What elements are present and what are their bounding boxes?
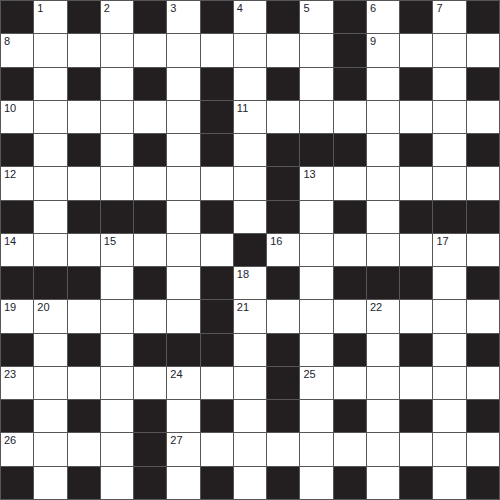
- black-cell-r14c4: [134, 467, 167, 500]
- white-cell-r1c5[interactable]: [167, 34, 200, 67]
- white-cell-r2c9[interactable]: [300, 68, 333, 101]
- white-cell-r13c6[interactable]: [201, 433, 234, 466]
- white-cell-r13c0[interactable]: 26: [1, 433, 34, 466]
- white-cell-r13c9[interactable]: [300, 433, 333, 466]
- black-cell-r2c2: [68, 68, 101, 101]
- white-cell-r7c12[interactable]: [400, 234, 433, 267]
- black-cell-r0c14: [467, 1, 500, 34]
- white-cell-r4c1[interactable]: [34, 134, 67, 167]
- white-cell-r3c13[interactable]: [433, 101, 466, 134]
- clue-number-4: 4: [237, 2, 243, 15]
- white-cell-r5c5[interactable]: [167, 167, 200, 200]
- black-cell-r6c3: [101, 201, 134, 234]
- white-cell-r11c12[interactable]: [400, 367, 433, 400]
- white-cell-r1c4[interactable]: [134, 34, 167, 67]
- white-cell-r3c2[interactable]: [68, 101, 101, 134]
- white-cell-r9c7[interactable]: 21: [234, 300, 267, 333]
- black-cell-r6c10: [334, 201, 367, 234]
- white-cell-r13c12[interactable]: [400, 433, 433, 466]
- black-cell-r4c6: [201, 134, 234, 167]
- white-cell-r5c11[interactable]: [367, 167, 400, 200]
- white-cell-r6c9[interactable]: [300, 201, 333, 234]
- black-cell-r14c14: [467, 467, 500, 500]
- black-cell-r0c2: [68, 1, 101, 34]
- black-cell-r1c10: [334, 34, 367, 67]
- white-cell-r7c5[interactable]: [167, 234, 200, 267]
- white-cell-r3c12[interactable]: [400, 101, 433, 134]
- white-cell-r5c9[interactable]: 13: [300, 167, 333, 200]
- white-cell-r9c9[interactable]: [300, 300, 333, 333]
- white-cell-r6c7[interactable]: [234, 201, 267, 234]
- black-cell-r8c4: [134, 267, 167, 300]
- white-cell-r11c1[interactable]: [34, 367, 67, 400]
- white-cell-r12c3[interactable]: [101, 400, 134, 433]
- white-cell-r10c1[interactable]: [34, 334, 67, 367]
- white-cell-r13c2[interactable]: [68, 433, 101, 466]
- white-cell-r0c1[interactable]: 1: [34, 1, 67, 34]
- white-cell-r13c1[interactable]: [34, 433, 67, 466]
- white-cell-r9c2[interactable]: [68, 300, 101, 333]
- white-cell-r3c5[interactable]: [167, 101, 200, 134]
- white-cell-r9c8[interactable]: [267, 300, 300, 333]
- white-cell-r1c0[interactable]: 8: [1, 34, 34, 67]
- black-cell-r2c6: [201, 68, 234, 101]
- white-cell-r13c13[interactable]: [433, 433, 466, 466]
- white-cell-r14c7[interactable]: [234, 467, 267, 500]
- white-cell-r1c6[interactable]: [201, 34, 234, 67]
- white-cell-r1c11[interactable]: 9: [367, 34, 400, 67]
- white-cell-r0c11[interactable]: 6: [367, 1, 400, 34]
- black-cell-r4c12: [400, 134, 433, 167]
- clue-number-24: 24: [170, 368, 182, 381]
- crossword-board: 1234567891011121314151617181920212223242…: [0, 0, 500, 500]
- black-cell-r14c0: [1, 467, 34, 500]
- white-cell-r9c3[interactable]: [101, 300, 134, 333]
- clue-number-7: 7: [436, 2, 442, 15]
- white-cell-r11c4[interactable]: [134, 367, 167, 400]
- white-cell-r4c7[interactable]: [234, 134, 267, 167]
- black-cell-r12c12: [400, 400, 433, 433]
- clue-number-27: 27: [170, 434, 182, 447]
- black-cell-r6c13: [433, 201, 466, 234]
- white-cell-r5c4[interactable]: [134, 167, 167, 200]
- black-cell-r12c4: [134, 400, 167, 433]
- white-cell-r7c14[interactable]: [467, 234, 500, 267]
- white-cell-r5c6[interactable]: [201, 167, 234, 200]
- white-cell-r1c7[interactable]: [234, 34, 267, 67]
- white-cell-r4c13[interactable]: [433, 134, 466, 167]
- white-cell-r3c4[interactable]: [134, 101, 167, 134]
- white-cell-r11c11[interactable]: [367, 367, 400, 400]
- white-cell-r3c10[interactable]: [334, 101, 367, 134]
- white-cell-r2c7[interactable]: [234, 68, 267, 101]
- black-cell-r5c8: [267, 167, 300, 200]
- white-cell-r5c0[interactable]: 12: [1, 167, 34, 200]
- black-cell-r8c6: [201, 267, 234, 300]
- white-cell-r4c11[interactable]: [367, 134, 400, 167]
- white-cell-r12c9[interactable]: [300, 400, 333, 433]
- black-cell-r0c12: [400, 1, 433, 34]
- black-cell-r0c6: [201, 1, 234, 34]
- white-cell-r0c13[interactable]: 7: [433, 1, 466, 34]
- white-cell-r8c7[interactable]: 18: [234, 267, 267, 300]
- white-cell-r2c13[interactable]: [433, 68, 466, 101]
- black-cell-r14c10: [334, 467, 367, 500]
- black-cell-r8c2: [68, 267, 101, 300]
- white-cell-r4c3[interactable]: [101, 134, 134, 167]
- white-cell-r1c13[interactable]: [433, 34, 466, 67]
- white-cell-r11c9[interactable]: 25: [300, 367, 333, 400]
- white-cell-r1c14[interactable]: [467, 34, 500, 67]
- white-cell-r14c9[interactable]: [300, 467, 333, 500]
- white-cell-r11c3[interactable]: [101, 367, 134, 400]
- black-cell-r4c14: [467, 134, 500, 167]
- white-cell-r14c5[interactable]: [167, 467, 200, 500]
- white-cell-r7c2[interactable]: [68, 234, 101, 267]
- black-cell-r12c14: [467, 400, 500, 433]
- black-cell-r8c8: [267, 267, 300, 300]
- black-cell-r8c12: [400, 267, 433, 300]
- white-cell-r9c11[interactable]: 22: [367, 300, 400, 333]
- white-cell-r8c9[interactable]: [300, 267, 333, 300]
- black-cell-r4c2: [68, 134, 101, 167]
- white-cell-r14c1[interactable]: [34, 467, 67, 500]
- white-cell-r1c12[interactable]: [400, 34, 433, 67]
- black-cell-r4c10: [334, 134, 367, 167]
- white-cell-r9c4[interactable]: [134, 300, 167, 333]
- black-cell-r14c12: [400, 467, 433, 500]
- black-cell-r3c6: [201, 101, 234, 134]
- white-cell-r10c3[interactable]: [101, 334, 134, 367]
- black-cell-r14c2: [68, 467, 101, 500]
- black-cell-r12c6: [201, 400, 234, 433]
- black-cell-r10c5: [167, 334, 200, 367]
- white-cell-r7c6[interactable]: [201, 234, 234, 267]
- white-cell-r7c10[interactable]: [334, 234, 367, 267]
- clue-number-3: 3: [170, 2, 176, 15]
- clue-number-1: 1: [37, 2, 43, 15]
- white-cell-r7c9[interactable]: [300, 234, 333, 267]
- white-cell-r3c7[interactable]: 11: [234, 101, 267, 134]
- clue-number-15: 15: [104, 235, 116, 248]
- black-cell-r10c4: [134, 334, 167, 367]
- white-cell-r8c5[interactable]: [167, 267, 200, 300]
- white-cell-r7c1[interactable]: [34, 234, 67, 267]
- white-cell-r9c14[interactable]: [467, 300, 500, 333]
- clue-number-18: 18: [237, 268, 249, 281]
- white-cell-r14c13[interactable]: [433, 467, 466, 500]
- white-cell-r5c10[interactable]: [334, 167, 367, 200]
- white-cell-r0c9[interactable]: 5: [300, 1, 333, 34]
- white-cell-r1c3[interactable]: [101, 34, 134, 67]
- clue-number-23: 23: [4, 368, 16, 381]
- clue-number-10: 10: [4, 102, 16, 115]
- white-cell-r6c5[interactable]: [167, 201, 200, 234]
- white-cell-r2c1[interactable]: [34, 68, 67, 101]
- white-cell-r13c3[interactable]: [101, 433, 134, 466]
- black-cell-r10c12: [400, 334, 433, 367]
- white-cell-r4c5[interactable]: [167, 134, 200, 167]
- black-cell-r2c4: [134, 68, 167, 101]
- black-cell-r4c4: [134, 134, 167, 167]
- black-cell-r8c11: [367, 267, 400, 300]
- white-cell-r3c0[interactable]: 10: [1, 101, 34, 134]
- white-cell-r6c11[interactable]: [367, 201, 400, 234]
- clue-number-16: 16: [270, 235, 282, 248]
- white-cell-r3c3[interactable]: [101, 101, 134, 134]
- white-cell-r5c7[interactable]: [234, 167, 267, 200]
- white-cell-r6c1[interactable]: [34, 201, 67, 234]
- white-cell-r13c8[interactable]: [267, 433, 300, 466]
- white-cell-r7c3[interactable]: 15: [101, 234, 134, 267]
- white-cell-r11c0[interactable]: 23: [1, 367, 34, 400]
- white-cell-r1c2[interactable]: [68, 34, 101, 67]
- white-cell-r0c3[interactable]: 2: [101, 1, 134, 34]
- black-cell-r6c12: [400, 201, 433, 234]
- black-cell-r0c10: [334, 1, 367, 34]
- black-cell-r2c8: [267, 68, 300, 101]
- clue-number-20: 20: [37, 301, 49, 314]
- white-cell-r5c12[interactable]: [400, 167, 433, 200]
- black-cell-r2c12: [400, 68, 433, 101]
- white-cell-r10c13[interactable]: [433, 334, 466, 367]
- black-cell-r13c4: [134, 433, 167, 466]
- white-cell-r9c0[interactable]: 19: [1, 300, 34, 333]
- white-cell-r9c5[interactable]: [167, 300, 200, 333]
- black-cell-r10c0: [1, 334, 34, 367]
- black-cell-r4c0: [1, 134, 34, 167]
- black-cell-r6c0: [1, 201, 34, 234]
- white-cell-r1c1[interactable]: [34, 34, 67, 67]
- black-cell-r8c0: [1, 267, 34, 300]
- white-cell-r5c14[interactable]: [467, 167, 500, 200]
- clue-number-5: 5: [303, 2, 309, 15]
- white-cell-r11c14[interactable]: [467, 367, 500, 400]
- white-cell-r3c1[interactable]: [34, 101, 67, 134]
- white-cell-r2c5[interactable]: [167, 68, 200, 101]
- black-cell-r10c10: [334, 334, 367, 367]
- white-cell-r9c1[interactable]: 20: [34, 300, 67, 333]
- white-cell-r3c14[interactable]: [467, 101, 500, 134]
- white-cell-r7c13[interactable]: 17: [433, 234, 466, 267]
- white-cell-r11c13[interactable]: [433, 367, 466, 400]
- black-cell-r12c0: [1, 400, 34, 433]
- white-cell-r5c2[interactable]: [68, 167, 101, 200]
- black-cell-r2c0: [1, 68, 34, 101]
- clue-number-2: 2: [104, 2, 110, 15]
- clue-number-13: 13: [303, 168, 315, 181]
- black-cell-r7c7: [234, 234, 267, 267]
- white-cell-r12c7[interactable]: [234, 400, 267, 433]
- white-cell-r11c2[interactable]: [68, 367, 101, 400]
- white-cell-r9c10[interactable]: [334, 300, 367, 333]
- white-cell-r5c3[interactable]: [101, 167, 134, 200]
- clue-number-22: 22: [370, 301, 382, 314]
- white-cell-r3c11[interactable]: [367, 101, 400, 134]
- white-cell-r10c11[interactable]: [367, 334, 400, 367]
- white-cell-r13c11[interactable]: [367, 433, 400, 466]
- white-cell-r9c12[interactable]: [400, 300, 433, 333]
- clue-number-9: 9: [370, 35, 376, 48]
- black-cell-r6c2: [68, 201, 101, 234]
- black-cell-r9c6: [201, 300, 234, 333]
- black-cell-r10c8: [267, 334, 300, 367]
- clue-number-11: 11: [237, 102, 248, 115]
- white-cell-r1c8[interactable]: [267, 34, 300, 67]
- white-cell-r0c7[interactable]: 4: [234, 1, 267, 34]
- black-cell-r0c4: [134, 1, 167, 34]
- white-cell-r10c9[interactable]: [300, 334, 333, 367]
- black-cell-r8c14: [467, 267, 500, 300]
- black-cell-r12c2: [68, 400, 101, 433]
- white-cell-r12c13[interactable]: [433, 400, 466, 433]
- black-cell-r14c8: [267, 467, 300, 500]
- white-cell-r10c7[interactable]: [234, 334, 267, 367]
- clue-number-19: 19: [4, 301, 16, 314]
- black-cell-r12c10: [334, 400, 367, 433]
- black-cell-r12c8: [267, 400, 300, 433]
- white-cell-r2c3[interactable]: [101, 68, 134, 101]
- white-cell-r13c7[interactable]: [234, 433, 267, 466]
- white-cell-r2c11[interactable]: [367, 68, 400, 101]
- white-cell-r7c11[interactable]: [367, 234, 400, 267]
- black-cell-r8c10: [334, 267, 367, 300]
- white-cell-r13c10[interactable]: [334, 433, 367, 466]
- black-cell-r10c14: [467, 334, 500, 367]
- white-cell-r8c3[interactable]: [101, 267, 134, 300]
- black-cell-r6c6: [201, 201, 234, 234]
- black-cell-r10c2: [68, 334, 101, 367]
- black-cell-r6c14: [467, 201, 500, 234]
- clue-number-21: 21: [237, 301, 249, 314]
- black-cell-r0c8: [267, 1, 300, 34]
- black-cell-r4c9: [300, 134, 333, 167]
- black-cell-r4c8: [267, 134, 300, 167]
- white-cell-r7c0[interactable]: 14: [1, 234, 34, 267]
- clue-number-26: 26: [4, 434, 16, 447]
- white-cell-r12c1[interactable]: [34, 400, 67, 433]
- black-cell-r14c6: [201, 467, 234, 500]
- white-cell-r0c5[interactable]: 3: [167, 1, 200, 34]
- white-cell-r3c8[interactable]: [267, 101, 300, 134]
- clue-number-12: 12: [4, 168, 16, 181]
- white-cell-r11c5[interactable]: 24: [167, 367, 200, 400]
- black-cell-r2c10: [334, 68, 367, 101]
- white-cell-r9c13[interactable]: [433, 300, 466, 333]
- white-cell-r7c4[interactable]: [134, 234, 167, 267]
- white-cell-r3c9[interactable]: [300, 101, 333, 134]
- black-cell-r8c1: [34, 267, 67, 300]
- black-cell-r0c0: [1, 1, 34, 34]
- white-cell-r11c10[interactable]: [334, 367, 367, 400]
- white-cell-r14c11[interactable]: [367, 467, 400, 500]
- white-cell-r13c5[interactable]: 27: [167, 433, 200, 466]
- white-cell-r7c8[interactable]: 16: [267, 234, 300, 267]
- white-cell-r1c9[interactable]: [300, 34, 333, 67]
- black-cell-r6c4: [134, 201, 167, 234]
- black-cell-r2c14: [467, 68, 500, 101]
- clue-number-25: 25: [303, 368, 315, 381]
- white-cell-r8c13[interactable]: [433, 267, 466, 300]
- clue-number-6: 6: [370, 2, 376, 15]
- white-cell-r12c5[interactable]: [167, 400, 200, 433]
- white-cell-r11c6[interactable]: [201, 367, 234, 400]
- white-cell-r12c11[interactable]: [367, 400, 400, 433]
- clue-number-17: 17: [436, 235, 448, 248]
- white-cell-r5c1[interactable]: [34, 167, 67, 200]
- black-cell-r11c8: [267, 367, 300, 400]
- clue-number-8: 8: [4, 35, 10, 48]
- white-cell-r14c3[interactable]: [101, 467, 134, 500]
- white-cell-r5c13[interactable]: [433, 167, 466, 200]
- black-cell-r10c6: [201, 334, 234, 367]
- white-cell-r13c14[interactable]: [467, 433, 500, 466]
- clue-number-14: 14: [4, 235, 16, 248]
- black-cell-r6c8: [267, 201, 300, 234]
- white-cell-r11c7[interactable]: [234, 367, 267, 400]
